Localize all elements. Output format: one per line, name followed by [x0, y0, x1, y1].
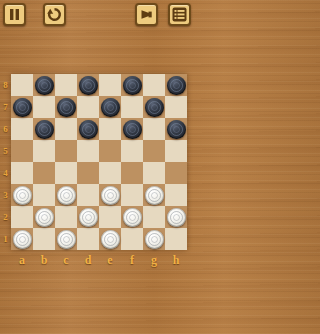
black-piece-d8[interactable]	[79, 76, 98, 95]
square-b2[interactable]	[33, 206, 55, 228]
white-piece-g3[interactable]	[145, 186, 164, 205]
square-e4[interactable]	[99, 162, 121, 184]
black-piece-f8[interactable]	[123, 76, 142, 95]
white-piece-f2[interactable]	[123, 208, 142, 227]
white-piece-c1[interactable]	[57, 230, 76, 249]
square-d7[interactable]	[77, 96, 99, 118]
square-a4[interactable]	[11, 162, 33, 184]
square-f7[interactable]	[121, 96, 143, 118]
square-b3[interactable]	[33, 184, 55, 206]
square-f8[interactable]	[121, 74, 143, 96]
restart-button[interactable]	[43, 3, 66, 26]
square-h7[interactable]	[165, 96, 187, 118]
square-g6[interactable]	[143, 118, 165, 140]
file-label-b: b	[33, 252, 55, 268]
file-label-g: g	[143, 252, 165, 268]
pause-icon	[8, 8, 21, 21]
rank-label-2: 2	[0, 206, 11, 228]
sound-button[interactable]	[135, 3, 158, 26]
rank-labels: 87654321	[0, 74, 11, 250]
menu-button[interactable]	[168, 3, 191, 26]
square-d2[interactable]	[77, 206, 99, 228]
square-a5[interactable]	[11, 140, 33, 162]
pause-button[interactable]	[3, 3, 26, 26]
square-c1[interactable]	[55, 228, 77, 250]
square-d6[interactable]	[77, 118, 99, 140]
square-d5[interactable]	[77, 140, 99, 162]
square-a7[interactable]	[11, 96, 33, 118]
file-labels: abcdefgh	[11, 252, 187, 268]
square-b4[interactable]	[33, 162, 55, 184]
menu-list-icon	[172, 7, 187, 22]
file-label-f: f	[121, 252, 143, 268]
square-f2[interactable]	[121, 206, 143, 228]
white-piece-h2[interactable]	[167, 208, 186, 227]
black-piece-f6[interactable]	[123, 120, 142, 139]
square-c3[interactable]	[55, 184, 77, 206]
white-piece-a1[interactable]	[13, 230, 32, 249]
square-g1[interactable]	[143, 228, 165, 250]
board	[11, 74, 187, 250]
square-e7[interactable]	[99, 96, 121, 118]
speaker-icon	[139, 7, 154, 22]
white-piece-a3[interactable]	[13, 186, 32, 205]
rank-label-7: 7	[0, 96, 11, 118]
square-g2[interactable]	[143, 206, 165, 228]
square-a6[interactable]	[11, 118, 33, 140]
wood-background: { "app": { "title": "Checkers" }, "game"…	[0, 0, 200, 334]
rank-label-5: 5	[0, 140, 11, 162]
black-piece-b6[interactable]	[35, 120, 54, 139]
restart-icon	[47, 7, 62, 22]
square-d8[interactable]	[77, 74, 99, 96]
square-c5[interactable]	[55, 140, 77, 162]
white-piece-d2[interactable]	[79, 208, 98, 227]
rank-label-6: 6	[0, 118, 11, 140]
file-label-a: a	[11, 252, 33, 268]
square-f3[interactable]	[121, 184, 143, 206]
square-d1[interactable]	[77, 228, 99, 250]
square-e1[interactable]	[99, 228, 121, 250]
square-d4[interactable]	[77, 162, 99, 184]
black-piece-d6[interactable]	[79, 120, 98, 139]
black-piece-h6[interactable]	[167, 120, 186, 139]
square-b5[interactable]	[33, 140, 55, 162]
square-e5[interactable]	[99, 140, 121, 162]
square-e3[interactable]	[99, 184, 121, 206]
square-e6[interactable]	[99, 118, 121, 140]
file-label-d: d	[77, 252, 99, 268]
file-label-h: h	[165, 252, 187, 268]
square-f4[interactable]	[121, 162, 143, 184]
square-b6[interactable]	[33, 118, 55, 140]
square-f6[interactable]	[121, 118, 143, 140]
rank-label-4: 4	[0, 162, 11, 184]
square-h8[interactable]	[165, 74, 187, 96]
file-label-e: e	[99, 252, 121, 268]
square-a1[interactable]	[11, 228, 33, 250]
file-label-c: c	[55, 252, 77, 268]
black-piece-c7[interactable]	[57, 98, 76, 117]
square-e8[interactable]	[99, 74, 121, 96]
square-h3[interactable]	[165, 184, 187, 206]
white-piece-b2[interactable]	[35, 208, 54, 227]
square-b8[interactable]	[33, 74, 55, 96]
square-d3[interactable]	[77, 184, 99, 206]
square-c6[interactable]	[55, 118, 77, 140]
square-a3[interactable]	[11, 184, 33, 206]
square-a8[interactable]	[11, 74, 33, 96]
square-a2[interactable]	[11, 206, 33, 228]
square-c8[interactable]	[55, 74, 77, 96]
white-piece-g1[interactable]	[145, 230, 164, 249]
black-piece-h8[interactable]	[167, 76, 186, 95]
rank-label-1: 1	[0, 228, 11, 250]
square-g3[interactable]	[143, 184, 165, 206]
rank-label-8: 8	[0, 74, 11, 96]
square-h1[interactable]	[165, 228, 187, 250]
square-b1[interactable]	[33, 228, 55, 250]
square-f5[interactable]	[121, 140, 143, 162]
square-c7[interactable]	[55, 96, 77, 118]
square-g8[interactable]	[143, 74, 165, 96]
square-g7[interactable]	[143, 96, 165, 118]
rank-label-3: 3	[0, 184, 11, 206]
square-h4[interactable]	[165, 162, 187, 184]
square-h5[interactable]	[165, 140, 187, 162]
black-piece-b8[interactable]	[35, 76, 54, 95]
black-piece-g7[interactable]	[145, 98, 164, 117]
white-piece-c3[interactable]	[57, 186, 76, 205]
white-piece-e3[interactable]	[101, 186, 120, 205]
square-g5[interactable]	[143, 140, 165, 162]
black-piece-a7[interactable]	[13, 98, 32, 117]
black-piece-e7[interactable]	[101, 98, 120, 117]
square-h2[interactable]	[165, 206, 187, 228]
white-piece-e1[interactable]	[101, 230, 120, 249]
square-b7[interactable]	[33, 96, 55, 118]
square-g4[interactable]	[143, 162, 165, 184]
square-e2[interactable]	[99, 206, 121, 228]
square-h6[interactable]	[165, 118, 187, 140]
square-c4[interactable]	[55, 162, 77, 184]
square-f1[interactable]	[121, 228, 143, 250]
square-c2[interactable]	[55, 206, 77, 228]
